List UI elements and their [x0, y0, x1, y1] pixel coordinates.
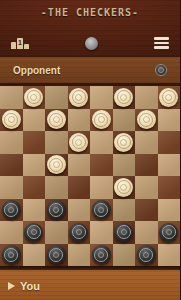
piece-core	[143, 252, 149, 258]
square-1-7	[158, 109, 181, 132]
toolbar: 1	[0, 34, 180, 52]
piece-core	[53, 116, 60, 123]
square-6-3[interactable]	[68, 221, 91, 244]
square-1-1	[23, 109, 46, 132]
square-6-2	[45, 221, 68, 244]
board	[0, 86, 180, 266]
black-piece[interactable]	[114, 223, 133, 242]
piece-core	[143, 116, 150, 123]
piece-core	[75, 139, 82, 146]
square-3-7	[158, 154, 181, 177]
gray-sphere-icon[interactable]	[85, 37, 98, 50]
square-1-4[interactable]	[90, 109, 113, 132]
square-7-7	[158, 244, 181, 267]
square-5-7	[158, 199, 181, 222]
square-2-1[interactable]	[23, 131, 46, 154]
player-bar: You	[0, 270, 180, 300]
piece-core	[30, 94, 37, 101]
square-5-5	[113, 199, 136, 222]
black-piece[interactable]	[2, 200, 21, 219]
piece-core	[31, 229, 37, 235]
white-piece[interactable]	[47, 110, 66, 129]
piece-core	[98, 252, 104, 258]
piece-core	[120, 94, 127, 101]
square-4-0	[0, 176, 23, 199]
piece-core	[166, 229, 172, 235]
white-piece[interactable]	[92, 110, 111, 129]
piece-core	[75, 94, 82, 101]
square-0-0	[0, 86, 23, 109]
square-7-6[interactable]	[135, 244, 158, 267]
piece-core	[76, 229, 82, 235]
podium-bar-icon	[11, 42, 16, 49]
white-piece[interactable]	[69, 88, 88, 107]
black-piece[interactable]	[137, 245, 156, 264]
piece-core	[120, 184, 127, 191]
square-5-3	[68, 199, 91, 222]
square-0-3[interactable]	[68, 86, 91, 109]
black-piece[interactable]	[24, 223, 43, 242]
black-piece[interactable]	[47, 200, 66, 219]
square-7-5	[113, 244, 136, 267]
square-4-3[interactable]	[68, 176, 91, 199]
podium-first-place-icon: 1	[17, 38, 23, 49]
square-6-7[interactable]	[158, 221, 181, 244]
square-7-3	[68, 244, 91, 267]
square-0-2	[45, 86, 68, 109]
hamburger-icon	[154, 46, 169, 49]
square-1-6[interactable]	[135, 109, 158, 132]
square-4-7[interactable]	[158, 176, 181, 199]
piece-core	[98, 116, 105, 123]
black-piece[interactable]	[159, 223, 178, 242]
square-4-6	[135, 176, 158, 199]
header: -THE CHECKERS- 1	[0, 0, 180, 56]
square-7-1	[23, 244, 46, 267]
black-piece[interactable]	[47, 245, 66, 264]
square-3-2[interactable]	[45, 154, 68, 177]
piece-core	[8, 207, 14, 213]
piece-core	[53, 161, 60, 168]
white-piece[interactable]	[24, 88, 43, 107]
square-0-5[interactable]	[113, 86, 136, 109]
square-3-5	[113, 154, 136, 177]
square-6-5[interactable]	[113, 221, 136, 244]
square-7-4[interactable]	[90, 244, 113, 267]
square-7-0[interactable]	[0, 244, 23, 267]
piece-core	[53, 207, 59, 213]
podium-bar-icon	[24, 44, 29, 49]
square-3-4[interactable]	[90, 154, 113, 177]
leaderboard-button[interactable]: 1	[11, 37, 29, 49]
square-5-1	[23, 199, 46, 222]
app-title: -THE CHECKERS-	[0, 0, 180, 18]
opponent-bar: Opponent	[0, 56, 180, 83]
piece-core	[8, 252, 14, 258]
white-piece[interactable]	[114, 133, 133, 152]
square-1-2[interactable]	[45, 109, 68, 132]
square-5-6[interactable]	[135, 199, 158, 222]
white-piece[interactable]	[47, 155, 66, 174]
black-piece[interactable]	[69, 223, 88, 242]
hamburger-icon	[154, 37, 169, 40]
piece-core	[53, 252, 59, 258]
piece-core	[8, 116, 15, 123]
square-2-7[interactable]	[158, 131, 181, 154]
square-3-3	[68, 154, 91, 177]
square-1-0[interactable]	[0, 109, 23, 132]
square-1-3	[68, 109, 91, 132]
square-2-6	[135, 131, 158, 154]
square-2-2	[45, 131, 68, 154]
square-2-0	[0, 131, 23, 154]
white-piece[interactable]	[69, 133, 88, 152]
square-4-1[interactable]	[23, 176, 46, 199]
square-2-4	[90, 131, 113, 154]
square-3-1	[23, 154, 46, 177]
menu-button[interactable]	[154, 35, 169, 51]
square-2-5[interactable]	[113, 131, 136, 154]
white-piece[interactable]	[114, 88, 133, 107]
square-0-4	[90, 86, 113, 109]
opponent-label: Opponent	[13, 65, 155, 76]
square-4-5[interactable]	[113, 176, 136, 199]
player-label: You	[20, 280, 40, 292]
piece-core	[98, 207, 104, 213]
square-6-1[interactable]	[23, 221, 46, 244]
square-5-0[interactable]	[0, 199, 23, 222]
piece-core	[120, 139, 127, 146]
square-0-6	[135, 86, 158, 109]
white-piece[interactable]	[2, 110, 21, 129]
black-piece[interactable]	[2, 245, 21, 264]
square-3-6[interactable]	[135, 154, 158, 177]
piece-core	[121, 229, 127, 235]
white-piece[interactable]	[159, 88, 178, 107]
white-piece[interactable]	[137, 110, 156, 129]
square-0-7[interactable]	[158, 86, 181, 109]
app-root: -THE CHECKERS- 1 Opponent You	[0, 0, 180, 300]
white-piece[interactable]	[114, 178, 133, 197]
piece-core	[165, 94, 172, 101]
square-5-2[interactable]	[45, 199, 68, 222]
square-4-4	[90, 176, 113, 199]
square-5-4[interactable]	[90, 199, 113, 222]
square-6-6	[135, 221, 158, 244]
black-piece[interactable]	[92, 200, 111, 219]
hamburger-icon	[154, 42, 169, 45]
square-0-1[interactable]	[23, 86, 46, 109]
square-3-0[interactable]	[0, 154, 23, 177]
square-7-2[interactable]	[45, 244, 68, 267]
black-piece[interactable]	[92, 245, 111, 264]
square-1-5	[113, 109, 136, 132]
square-4-2	[45, 176, 68, 199]
turn-indicator-icon	[8, 282, 15, 290]
square-2-3[interactable]	[68, 131, 91, 154]
opponent-piece-icon[interactable]	[155, 64, 167, 76]
square-6-0	[0, 221, 23, 244]
square-6-4	[90, 221, 113, 244]
